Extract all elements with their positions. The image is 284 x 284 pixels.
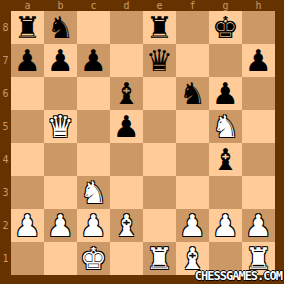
square-e8[interactable]: ♜	[143, 11, 176, 44]
square-d3[interactable]	[110, 176, 143, 209]
piece-white-pawn: ♟	[179, 209, 206, 242]
square-b1[interactable]	[44, 242, 77, 275]
piece-white-rook: ♜	[146, 242, 173, 275]
square-a2[interactable]: ♟	[11, 209, 44, 242]
file-label-h: h	[242, 0, 275, 11]
piece-white-pawn: ♟	[80, 209, 107, 242]
square-e5[interactable]	[143, 110, 176, 143]
square-a6[interactable]	[11, 77, 44, 110]
piece-white-pawn: ♟	[245, 209, 272, 242]
square-g2[interactable]: ♟	[209, 209, 242, 242]
square-b2[interactable]: ♟	[44, 209, 77, 242]
piece-black-bishop: ♝	[212, 143, 239, 176]
piece-white-queen: ♛	[47, 110, 74, 143]
square-d5[interactable]: ♟	[110, 110, 143, 143]
rank-label-1: 1	[0, 242, 11, 275]
piece-black-knight: ♞	[47, 11, 74, 44]
rank-labels: 87654321	[0, 11, 11, 275]
square-e6[interactable]	[143, 77, 176, 110]
piece-black-pawn: ♟	[245, 44, 272, 77]
square-e1[interactable]: ♜	[143, 242, 176, 275]
piece-white-knight: ♞	[212, 110, 239, 143]
piece-white-pawn: ♟	[47, 209, 74, 242]
square-d1[interactable]	[110, 242, 143, 275]
chessgames-watermark[interactable]: CHESSGAMES.COM	[195, 270, 282, 283]
rank-label-7: 7	[0, 44, 11, 77]
piece-black-pawn: ♟	[47, 44, 74, 77]
square-d7[interactable]	[110, 44, 143, 77]
square-c7[interactable]: ♟	[77, 44, 110, 77]
square-f8[interactable]	[176, 11, 209, 44]
piece-white-knight: ♞	[80, 176, 107, 209]
square-e7[interactable]: ♛	[143, 44, 176, 77]
square-b8[interactable]: ♞	[44, 11, 77, 44]
chess-board-frame: abcdefgh 87654321 ♜♞♜♚♟♟♟♛♟♝♞♟♛♟♞♝♞♟♟♟♝♟…	[0, 0, 284, 284]
square-h8[interactable]	[242, 11, 275, 44]
square-c2[interactable]: ♟	[77, 209, 110, 242]
board: ♜♞♜♚♟♟♟♛♟♝♞♟♛♟♞♝♞♟♟♟♝♟♟♟♚♜♝♜	[11, 11, 275, 275]
square-g8[interactable]: ♚	[209, 11, 242, 44]
square-d2[interactable]: ♝	[110, 209, 143, 242]
rank-label-5: 5	[0, 110, 11, 143]
square-f3[interactable]	[176, 176, 209, 209]
file-label-c: c	[77, 0, 110, 11]
piece-white-king: ♚	[80, 242, 107, 275]
square-g3[interactable]	[209, 176, 242, 209]
square-f7[interactable]	[176, 44, 209, 77]
square-d4[interactable]	[110, 143, 143, 176]
piece-white-pawn: ♟	[14, 209, 41, 242]
rank-label-2: 2	[0, 209, 11, 242]
square-h2[interactable]: ♟	[242, 209, 275, 242]
square-c8[interactable]	[77, 11, 110, 44]
square-h6[interactable]	[242, 77, 275, 110]
square-h3[interactable]	[242, 176, 275, 209]
square-h7[interactable]: ♟	[242, 44, 275, 77]
piece-black-pawn: ♟	[212, 77, 239, 110]
square-e2[interactable]	[143, 209, 176, 242]
piece-black-queen: ♛	[146, 44, 173, 77]
piece-black-pawn: ♟	[80, 44, 107, 77]
square-a5[interactable]	[11, 110, 44, 143]
square-g7[interactable]	[209, 44, 242, 77]
rank-label-6: 6	[0, 77, 11, 110]
square-g5[interactable]: ♞	[209, 110, 242, 143]
piece-black-pawn: ♟	[14, 44, 41, 77]
piece-black-king: ♚	[212, 11, 239, 44]
rank-label-8: 8	[0, 11, 11, 44]
square-h5[interactable]	[242, 110, 275, 143]
square-a3[interactable]	[11, 176, 44, 209]
file-label-d: d	[110, 0, 143, 11]
piece-black-pawn: ♟	[113, 110, 140, 143]
square-a8[interactable]: ♜	[11, 11, 44, 44]
square-a4[interactable]	[11, 143, 44, 176]
square-f4[interactable]	[176, 143, 209, 176]
square-b7[interactable]: ♟	[44, 44, 77, 77]
square-c5[interactable]	[77, 110, 110, 143]
square-b5[interactable]: ♛	[44, 110, 77, 143]
piece-black-rook: ♜	[14, 11, 41, 44]
file-label-f: f	[176, 0, 209, 11]
square-f6[interactable]: ♞	[176, 77, 209, 110]
square-h4[interactable]	[242, 143, 275, 176]
square-e3[interactable]	[143, 176, 176, 209]
square-c4[interactable]	[77, 143, 110, 176]
square-e4[interactable]	[143, 143, 176, 176]
square-g4[interactable]: ♝	[209, 143, 242, 176]
square-b3[interactable]	[44, 176, 77, 209]
square-f5[interactable]	[176, 110, 209, 143]
piece-black-rook: ♜	[146, 11, 173, 44]
rank-label-3: 3	[0, 176, 11, 209]
piece-white-pawn: ♟	[212, 209, 239, 242]
square-b6[interactable]	[44, 77, 77, 110]
square-d6[interactable]: ♝	[110, 77, 143, 110]
piece-black-bishop: ♝	[113, 77, 140, 110]
square-a1[interactable]	[11, 242, 44, 275]
square-c1[interactable]: ♚	[77, 242, 110, 275]
square-d8[interactable]	[110, 11, 143, 44]
rank-label-4: 4	[0, 143, 11, 176]
square-b4[interactable]	[44, 143, 77, 176]
piece-black-knight: ♞	[179, 77, 206, 110]
square-g6[interactable]: ♟	[209, 77, 242, 110]
square-c3[interactable]: ♞	[77, 176, 110, 209]
piece-white-bishop: ♝	[113, 209, 140, 242]
square-a7[interactable]: ♟	[11, 44, 44, 77]
square-c6[interactable]	[77, 77, 110, 110]
square-f2[interactable]: ♟	[176, 209, 209, 242]
